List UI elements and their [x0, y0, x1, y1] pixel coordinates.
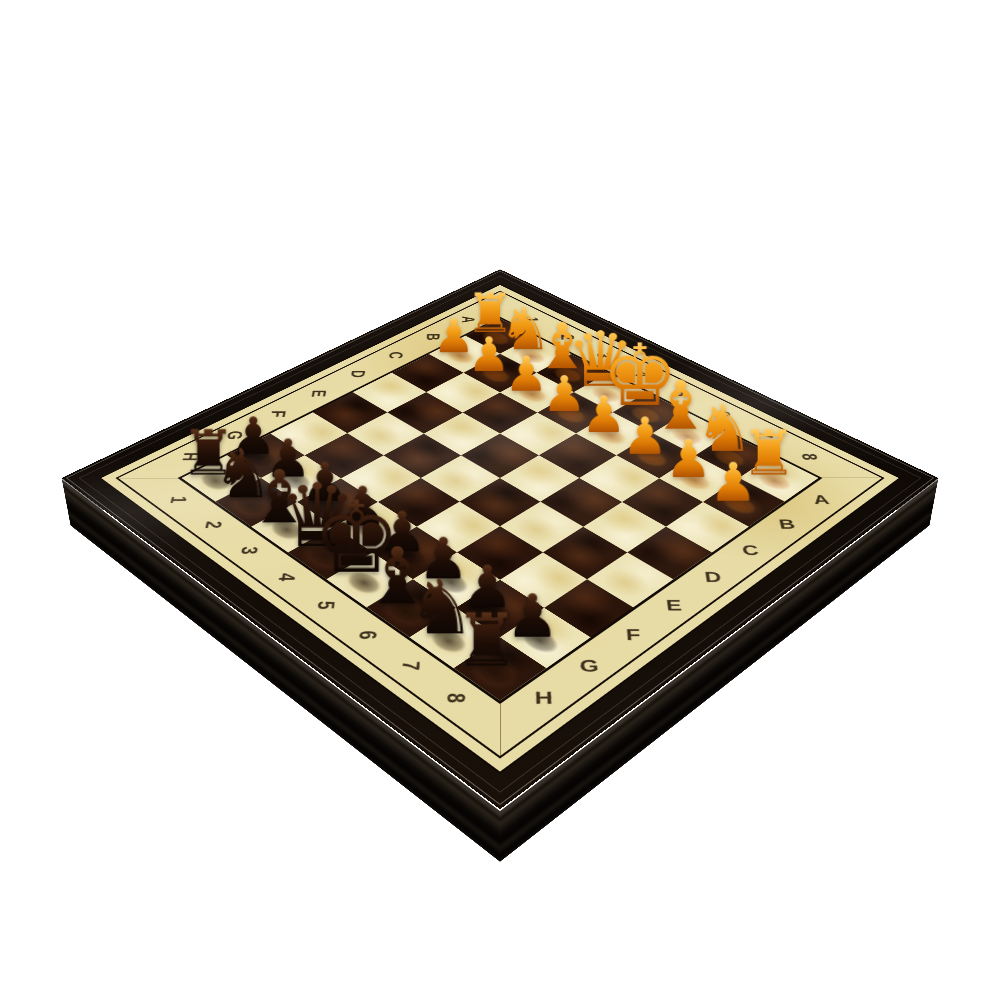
file-label-A: A — [787, 479, 856, 521]
file-label-D: D — [676, 554, 750, 602]
rank-label-1: 1 — [144, 479, 213, 521]
scene: ABCDEFGH ABCDEFGH 12345678 12345678 ♜♞♝♛… — [0, 0, 1000, 1000]
border-miter-seam — [500, 704, 501, 756]
piece-dark-rook: ♜ — [454, 604, 519, 677]
square-h8: ♜ — [454, 637, 547, 700]
border-miter-seam — [118, 478, 178, 479]
square-e5 — [459, 478, 540, 526]
piece-amber-pawn: ♟ — [665, 432, 712, 484]
file-label-G: G — [549, 639, 629, 694]
piece-amber-pawn: ♟ — [709, 455, 757, 508]
square-e8 — [587, 552, 674, 607]
file-label-C: C — [714, 528, 787, 574]
rank-label-7: 7 — [370, 639, 450, 694]
chess-board-casket: ABCDEFGH ABCDEFGH 12345678 12345678 ♜♞♝♛… — [62, 269, 939, 809]
file-label-F: F — [593, 609, 671, 662]
amber-chess-set-photo: ABCDEFGH ABCDEFGH 12345678 12345678 ♜♞♝♛… — [0, 0, 1000, 1000]
